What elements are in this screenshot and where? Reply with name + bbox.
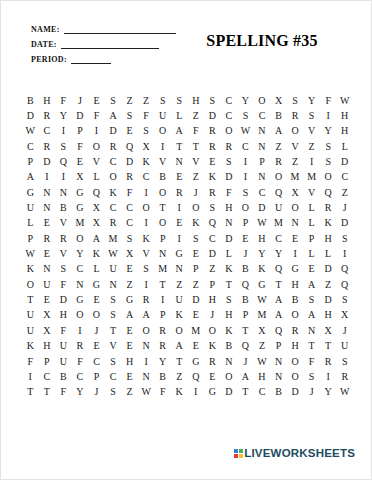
grid-cell-r2c16[interactable]: B [270,108,287,123]
grid-cell-r19c19[interactable]: I [320,369,337,384]
grid-cell-r9c2[interactable]: E [39,216,56,231]
grid-cell-r2c4[interactable]: D [72,108,89,123]
grid-cell-r20c19[interactable]: Y [320,385,337,400]
grid-cell-r15c14[interactable]: P [237,308,254,323]
grid-cell-r5c9[interactable]: V [154,154,171,169]
grid-cell-r10c8[interactable]: K [138,231,155,246]
grid-cell-r5c19[interactable]: S [320,154,337,169]
grid-cell-r1c10[interactable]: S [171,93,188,108]
grid-cell-r15c8[interactable]: A [138,308,155,323]
grid-cell-r3c11[interactable]: F [187,124,204,139]
grid-cell-r12c14[interactable]: B [237,262,254,277]
grid-cell-r11c4[interactable]: Y [72,246,89,261]
grid-cell-r1c15[interactable]: O [254,93,271,108]
grid-cell-r7c12[interactable]: R [204,185,221,200]
grid-cell-r14c12[interactable]: H [204,292,221,307]
grid-cell-r6c12[interactable]: K [204,170,221,185]
grid-cell-r9c11[interactable]: K [187,216,204,231]
grid-cell-r11c10[interactable]: G [171,246,188,261]
grid-cell-r4c3[interactable]: S [55,139,72,154]
grid-cell-r1c3[interactable]: F [55,93,72,108]
grid-cell-r3c17[interactable]: O [287,124,304,139]
grid-cell-r12c3[interactable]: S [55,262,72,277]
grid-cell-r17c8[interactable]: N [138,339,155,354]
brand-logo[interactable]: LIVEWORKSHEETS [234,447,355,459]
grid-cell-r17c7[interactable]: E [121,339,138,354]
grid-cell-r6c13[interactable]: D [221,170,238,185]
grid-cell-r18c11[interactable]: G [187,354,204,369]
grid-cell-r18c10[interactable]: T [171,354,188,369]
grid-cell-r16c16[interactable]: Q [270,323,287,338]
grid-cell-r11c19[interactable]: L [320,246,337,261]
grid-cell-r7c2[interactable]: N [39,185,56,200]
grid-cell-r13c18[interactable]: A [303,277,320,292]
grid-cell-r14c8[interactable]: R [138,292,155,307]
grid-cell-r17c16[interactable]: P [270,339,287,354]
grid-cell-r12c7[interactable]: E [121,262,138,277]
grid-cell-r20c6[interactable]: S [105,385,122,400]
grid-cell-r6c18[interactable]: M [303,170,320,185]
grid-cell-r17c13[interactable]: B [221,339,238,354]
grid-cell-r3c20[interactable]: H [336,124,353,139]
grid-cell-r8c20[interactable]: J [336,200,353,215]
grid-cell-r12c16[interactable]: Q [270,262,287,277]
grid-cell-r7c16[interactable]: Q [270,185,287,200]
grid-cell-r1c6[interactable]: S [105,93,122,108]
grid-cell-r11c8[interactable]: V [138,246,155,261]
grid-cell-r7c1[interactable]: G [22,185,39,200]
grid-cell-r8c13[interactable]: H [221,200,238,215]
grid-cell-r12c13[interactable]: K [221,262,238,277]
grid-cell-r5c13[interactable]: S [221,154,238,169]
grid-cell-r16c15[interactable]: X [254,323,271,338]
grid-cell-r3c14[interactable]: W [237,124,254,139]
grid-cell-r13c13[interactable]: T [221,277,238,292]
grid-cell-r7c9[interactable]: O [154,185,171,200]
grid-cell-r10c20[interactable]: S [336,231,353,246]
grid-cell-r9c14[interactable]: P [237,216,254,231]
grid-cell-r4c1[interactable]: C [22,139,39,154]
grid-cell-r13c20[interactable]: Q [336,277,353,292]
grid-cell-r6c6[interactable]: O [105,170,122,185]
grid-cell-r16c3[interactable]: F [55,323,72,338]
grid-cell-r18c16[interactable]: N [270,354,287,369]
grid-cell-r19c16[interactable]: N [270,369,287,384]
grid-cell-r20c10[interactable]: K [171,385,188,400]
grid-cell-r6c3[interactable]: I [55,170,72,185]
grid-cell-r5c3[interactable]: Q [55,154,72,169]
grid-cell-r18c12[interactable]: R [204,354,221,369]
grid-cell-r5c4[interactable]: E [72,154,89,169]
grid-cell-r4c10[interactable]: T [171,139,188,154]
grid-cell-r12c19[interactable]: D [320,262,337,277]
grid-cell-r10c19[interactable]: H [320,231,337,246]
grid-cell-r1c16[interactable]: X [270,93,287,108]
grid-cell-r19c17[interactable]: O [287,369,304,384]
grid-cell-r19c3[interactable]: B [55,369,72,384]
grid-cell-r4c4[interactable]: F [72,139,89,154]
grid-cell-r5c14[interactable]: I [237,154,254,169]
grid-cell-r5c20[interactable]: D [336,154,353,169]
grid-cell-r1c14[interactable]: Y [237,93,254,108]
grid-cell-r8c19[interactable]: R [320,200,337,215]
grid-cell-r17c18[interactable]: T [303,339,320,354]
grid-cell-r14c10[interactable]: U [171,292,188,307]
grid-cell-r1c2[interactable]: H [39,93,56,108]
grid-cell-r10c14[interactable]: E [237,231,254,246]
grid-cell-r14c4[interactable]: G [72,292,89,307]
grid-cell-r9c6[interactable]: R [105,216,122,231]
grid-cell-r6c15[interactable]: N [254,170,271,185]
grid-cell-r14c5[interactable]: E [88,292,105,307]
grid-cell-r19c13[interactable]: O [221,369,238,384]
grid-cell-r13c17[interactable]: H [287,277,304,292]
grid-cell-r18c18[interactable]: F [303,354,320,369]
grid-cell-r7c6[interactable]: K [105,185,122,200]
date-input-line[interactable] [61,39,159,49]
grid-cell-r4c19[interactable]: S [320,139,337,154]
grid-cell-r5c8[interactable]: K [138,154,155,169]
grid-cell-r3c18[interactable]: V [303,124,320,139]
grid-cell-r4c12[interactable]: R [204,139,221,154]
grid-cell-r16c20[interactable]: J [336,323,353,338]
grid-cell-r9c20[interactable]: D [336,216,353,231]
grid-cell-r10c17[interactable]: E [287,231,304,246]
grid-cell-r11c9[interactable]: N [154,246,171,261]
grid-cell-r15c15[interactable]: M [254,308,271,323]
grid-cell-r18c14[interactable]: J [237,354,254,369]
grid-cell-r12c18[interactable]: E [303,262,320,277]
grid-cell-r11c2[interactable]: E [39,246,56,261]
grid-cell-r4c11[interactable]: T [187,139,204,154]
grid-cell-r5c2[interactable]: D [39,154,56,169]
grid-cell-r1c4[interactable]: J [72,93,89,108]
grid-cell-r19c12[interactable]: E [204,369,221,384]
grid-cell-r7c19[interactable]: Q [320,185,337,200]
grid-cell-r6c17[interactable]: M [287,170,304,185]
grid-cell-r17c11[interactable]: E [187,339,204,354]
grid-cell-r8c12[interactable]: S [204,200,221,215]
grid-cell-r11c5[interactable]: K [88,246,105,261]
grid-cell-r14c14[interactable]: B [237,292,254,307]
grid-cell-r20c18[interactable]: J [303,385,320,400]
grid-cell-r13c15[interactable]: G [254,277,271,292]
grid-cell-r8c18[interactable]: L [303,200,320,215]
grid-cell-r18c7[interactable]: H [121,354,138,369]
grid-cell-r9c16[interactable]: M [270,216,287,231]
grid-cell-r17c19[interactable]: T [320,339,337,354]
grid-cell-r13c8[interactable]: I [138,277,155,292]
grid-cell-r19c1[interactable]: I [22,369,39,384]
grid-cell-r11c12[interactable]: D [204,246,221,261]
grid-cell-r13c1[interactable]: O [22,277,39,292]
grid-cell-r12c6[interactable]: U [105,262,122,277]
grid-cell-r1c5[interactable]: E [88,93,105,108]
grid-cell-r5c7[interactable]: D [121,154,138,169]
grid-cell-r13c19[interactable]: Z [320,277,337,292]
grid-cell-r16c12[interactable]: O [204,323,221,338]
grid-cell-r1c17[interactable]: S [287,93,304,108]
grid-cell-r17c12[interactable]: K [204,339,221,354]
grid-cell-r3c1[interactable]: W [22,124,39,139]
grid-cell-r4c7[interactable]: Q [121,139,138,154]
grid-cell-r9c7[interactable]: C [121,216,138,231]
grid-cell-r11c7[interactable]: X [121,246,138,261]
grid-cell-r16c13[interactable]: K [221,323,238,338]
grid-cell-r19c10[interactable]: Z [171,369,188,384]
grid-cell-r5c6[interactable]: C [105,154,122,169]
name-input-line[interactable] [64,24,176,34]
grid-cell-r14c18[interactable]: S [303,292,320,307]
grid-cell-r13c16[interactable]: T [270,277,287,292]
grid-cell-r2c14[interactable]: S [237,108,254,123]
grid-cell-r13c3[interactable]: F [55,277,72,292]
grid-cell-r3c4[interactable]: P [72,124,89,139]
grid-cell-r15c7[interactable]: A [121,308,138,323]
grid-cell-r20c14[interactable]: T [237,385,254,400]
grid-cell-r17c10[interactable]: A [171,339,188,354]
grid-cell-r3c19[interactable]: Y [320,124,337,139]
grid-cell-r1c8[interactable]: Z [138,93,155,108]
grid-cell-r15c18[interactable]: A [303,308,320,323]
grid-cell-r9c1[interactable]: L [22,216,39,231]
grid-cell-r9c5[interactable]: X [88,216,105,231]
grid-cell-r19c11[interactable]: Q [187,369,204,384]
grid-cell-r9c12[interactable]: Q [204,216,221,231]
grid-cell-r8c9[interactable]: T [154,200,171,215]
grid-cell-r16c19[interactable]: X [320,323,337,338]
grid-cell-r12c20[interactable]: Q [336,262,353,277]
grid-cell-r13c4[interactable]: N [72,277,89,292]
grid-cell-r14c6[interactable]: S [105,292,122,307]
grid-cell-r7c11[interactable]: J [187,185,204,200]
grid-cell-r5c12[interactable]: E [204,154,221,169]
grid-cell-r15c9[interactable]: P [154,308,171,323]
grid-cell-r6c7[interactable]: R [121,170,138,185]
grid-cell-r11c18[interactable]: L [303,246,320,261]
grid-cell-r12c8[interactable]: S [138,262,155,277]
grid-cell-r7c7[interactable]: F [121,185,138,200]
grid-cell-r7c17[interactable]: X [287,185,304,200]
grid-cell-r7c20[interactable]: Z [336,185,353,200]
grid-cell-r6c4[interactable]: X [72,170,89,185]
grid-cell-r15c17[interactable]: O [287,308,304,323]
grid-cell-r3c13[interactable]: O [221,124,238,139]
grid-cell-r6c16[interactable]: O [270,170,287,185]
grid-cell-r20c9[interactable]: F [154,385,171,400]
grid-cell-r11c13[interactable]: L [221,246,238,261]
grid-cell-r12c1[interactable]: K [22,262,39,277]
grid-cell-r9c10[interactable]: E [171,216,188,231]
grid-cell-r9c19[interactable]: K [320,216,337,231]
grid-cell-r18c4[interactable]: F [72,354,89,369]
grid-cell-r8c1[interactable]: U [22,200,39,215]
grid-cell-r7c4[interactable]: G [72,185,89,200]
grid-cell-r2c6[interactable]: A [105,108,122,123]
grid-cell-r20c7[interactable]: Z [121,385,138,400]
grid-cell-r18c20[interactable]: S [336,354,353,369]
grid-cell-r19c6[interactable]: C [105,369,122,384]
grid-cell-r18c19[interactable]: R [320,354,337,369]
grid-cell-r2c12[interactable]: D [204,108,221,123]
grid-cell-r6c9[interactable]: B [154,170,171,185]
grid-cell-r1c12[interactable]: S [204,93,221,108]
grid-cell-r6c2[interactable]: I [39,170,56,185]
grid-cell-r6c11[interactable]: Z [187,170,204,185]
grid-cell-r7c10[interactable]: R [171,185,188,200]
grid-cell-r3c10[interactable]: A [171,124,188,139]
grid-cell-r8c4[interactable]: G [72,200,89,215]
grid-cell-r4c6[interactable]: R [105,139,122,154]
grid-cell-r3c9[interactable]: O [154,124,171,139]
grid-cell-r18c6[interactable]: S [105,354,122,369]
grid-cell-r11c16[interactable]: Y [270,246,287,261]
grid-cell-r7c18[interactable]: V [303,185,320,200]
grid-cell-r20c5[interactable]: J [88,385,105,400]
grid-cell-r10c2[interactable]: R [39,231,56,246]
grid-cell-r11c1[interactable]: W [22,246,39,261]
grid-cell-r12c4[interactable]: C [72,262,89,277]
grid-cell-r15c2[interactable]: X [39,308,56,323]
grid-cell-r17c15[interactable]: Z [254,339,271,354]
grid-cell-r13c9[interactable]: T [154,277,171,292]
grid-cell-r3c15[interactable]: N [254,124,271,139]
grid-cell-r14c20[interactable]: S [336,292,353,307]
grid-cell-r12c2[interactable]: N [39,262,56,277]
grid-cell-r14c9[interactable]: I [154,292,171,307]
grid-cell-r7c13[interactable]: F [221,185,238,200]
grid-cell-r10c16[interactable]: C [270,231,287,246]
grid-cell-r15c13[interactable]: H [221,308,238,323]
grid-cell-r2c7[interactable]: S [121,108,138,123]
grid-cell-r18c9[interactable]: Y [154,354,171,369]
grid-cell-r16c1[interactable]: U [22,323,39,338]
grid-cell-r20c12[interactable]: G [204,385,221,400]
grid-cell-r18c2[interactable]: P [39,354,56,369]
grid-cell-r19c8[interactable]: N [138,369,155,384]
grid-cell-r14c17[interactable]: B [287,292,304,307]
grid-cell-r8c5[interactable]: X [88,200,105,215]
grid-cell-r18c15[interactable]: W [254,354,271,369]
grid-cell-r15c19[interactable]: H [320,308,337,323]
grid-cell-r13c10[interactable]: Z [171,277,188,292]
grid-cell-r17c17[interactable]: H [287,339,304,354]
grid-cell-r4c20[interactable]: L [336,139,353,154]
grid-cell-r10c4[interactable]: O [72,231,89,246]
grid-cell-r9c9[interactable]: O [154,216,171,231]
grid-cell-r20c11[interactable]: I [187,385,204,400]
grid-cell-r5c1[interactable]: P [22,154,39,169]
grid-cell-r10c10[interactable]: I [171,231,188,246]
grid-cell-r19c14[interactable]: A [237,369,254,384]
grid-cell-r10c12[interactable]: C [204,231,221,246]
grid-cell-r18c17[interactable]: O [287,354,304,369]
grid-cell-r12c11[interactable]: P [187,262,204,277]
grid-cell-r7c14[interactable]: S [237,185,254,200]
grid-cell-r2c8[interactable]: F [138,108,155,123]
grid-cell-r2c1[interactable]: D [22,108,39,123]
grid-cell-r13c12[interactable]: P [204,277,221,292]
grid-cell-r3c6[interactable]: D [105,124,122,139]
grid-cell-r15c5[interactable]: O [88,308,105,323]
grid-cell-r5c15[interactable]: P [254,154,271,169]
grid-cell-r14c15[interactable]: W [254,292,271,307]
grid-cell-r10c3[interactable]: R [55,231,72,246]
grid-cell-r10c9[interactable]: P [154,231,171,246]
grid-cell-r11c15[interactable]: Y [254,246,271,261]
grid-cell-r18c5[interactable]: C [88,354,105,369]
grid-cell-r16c14[interactable]: T [237,323,254,338]
grid-cell-r7c3[interactable]: N [55,185,72,200]
grid-cell-r4c5[interactable]: O [88,139,105,154]
grid-cell-r7c8[interactable]: I [138,185,155,200]
grid-cell-r3c7[interactable]: E [121,124,138,139]
grid-cell-r3c5[interactable]: I [88,124,105,139]
grid-cell-r15c20[interactable]: X [336,308,353,323]
grid-cell-r4c14[interactable]: C [237,139,254,154]
grid-cell-r1c9[interactable]: S [154,93,171,108]
grid-cell-r17c6[interactable]: V [105,339,122,354]
grid-cell-r3c3[interactable]: I [55,124,72,139]
grid-cell-r8c11[interactable]: O [187,200,204,215]
grid-cell-r13c7[interactable]: Z [121,277,138,292]
grid-cell-r18c8[interactable]: I [138,354,155,369]
grid-cell-r6c5[interactable]: L [88,170,105,185]
grid-cell-r4c15[interactable]: N [254,139,271,154]
grid-cell-r15c11[interactable]: E [187,308,204,323]
grid-cell-r1c20[interactable]: W [336,93,353,108]
grid-cell-r13c14[interactable]: Q [237,277,254,292]
grid-cell-r11c17[interactable]: I [287,246,304,261]
grid-cell-r11c11[interactable]: E [187,246,204,261]
grid-cell-r10c6[interactable]: M [105,231,122,246]
grid-cell-r2c5[interactable]: F [88,108,105,123]
grid-cell-r15c6[interactable]: S [105,308,122,323]
grid-cell-r1c1[interactable]: B [22,93,39,108]
grid-cell-r15c16[interactable]: A [270,308,287,323]
grid-cell-r19c15[interactable]: H [254,369,271,384]
grid-cell-r9c4[interactable]: M [72,216,89,231]
grid-cell-r4c17[interactable]: V [287,139,304,154]
grid-cell-r6c10[interactable]: E [171,170,188,185]
grid-cell-r18c3[interactable]: U [55,354,72,369]
grid-cell-r4c16[interactable]: Z [270,139,287,154]
grid-cell-r15c12[interactable]: J [204,308,221,323]
grid-cell-r16c4[interactable]: I [72,323,89,338]
grid-cell-r18c1[interactable]: F [22,354,39,369]
grid-cell-r16c18[interactable]: N [303,323,320,338]
grid-cell-r11c20[interactable]: I [336,246,353,261]
grid-cell-r11c14[interactable]: J [237,246,254,261]
grid-cell-r19c7[interactable]: E [121,369,138,384]
grid-cell-r12c10[interactable]: N [171,262,188,277]
grid-cell-r14c1[interactable]: T [22,292,39,307]
grid-cell-r2c18[interactable]: S [303,108,320,123]
grid-cell-r4c8[interactable]: X [138,139,155,154]
grid-cell-r9c8[interactable]: I [138,216,155,231]
grid-cell-r3c12[interactable]: R [204,124,221,139]
grid-cell-r20c20[interactable]: W [336,385,353,400]
grid-cell-r16c11[interactable]: M [187,323,204,338]
grid-cell-r3c8[interactable]: S [138,124,155,139]
grid-cell-r18c13[interactable]: N [221,354,238,369]
grid-cell-r8c8[interactable]: O [138,200,155,215]
grid-cell-r20c3[interactable]: F [55,385,72,400]
grid-cell-r17c9[interactable]: R [154,339,171,354]
grid-cell-r6c19[interactable]: O [320,170,337,185]
grid-cell-r3c2[interactable]: C [39,124,56,139]
grid-cell-r11c3[interactable]: V [55,246,72,261]
